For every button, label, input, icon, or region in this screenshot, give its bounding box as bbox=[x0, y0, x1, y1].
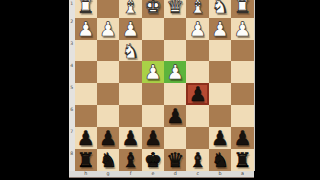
square-g8[interactable]: ♞ bbox=[97, 149, 119, 171]
square-d1[interactable]: ♛ bbox=[164, 0, 186, 18]
square-f3[interactable]: ♞ bbox=[119, 40, 141, 62]
square-e7[interactable]: ♟ bbox=[142, 127, 164, 149]
square-f2[interactable]: ♟ bbox=[119, 18, 141, 40]
square-f5[interactable] bbox=[119, 83, 141, 105]
square-b4[interactable] bbox=[209, 61, 231, 83]
square-f6[interactable] bbox=[119, 105, 141, 127]
square-f1[interactable]: ♝ bbox=[119, 0, 141, 18]
file-label-g: g bbox=[97, 171, 119, 177]
square-h1[interactable]: ♜ bbox=[75, 0, 97, 18]
square-a1[interactable]: ♜ bbox=[231, 0, 253, 18]
file-label-f: f bbox=[119, 171, 141, 177]
piece-bP-c5[interactable]: ♟ bbox=[189, 84, 207, 104]
square-c3[interactable] bbox=[186, 40, 208, 62]
square-h5[interactable] bbox=[75, 83, 97, 105]
file-label-b: b bbox=[209, 171, 231, 177]
piece-bN-b8[interactable]: ♞ bbox=[211, 150, 229, 170]
square-h8[interactable]: ♜ bbox=[75, 149, 97, 171]
square-f8[interactable]: ♝ bbox=[119, 149, 141, 171]
piece-bP-g7[interactable]: ♟ bbox=[99, 128, 117, 148]
square-e8[interactable]: ♚ bbox=[142, 149, 164, 171]
square-b5[interactable] bbox=[209, 83, 231, 105]
square-d8[interactable]: ♛ bbox=[164, 149, 186, 171]
square-e4[interactable]: ♟ bbox=[142, 61, 164, 83]
piece-wN-b1[interactable]: ♞ bbox=[211, 0, 229, 16]
square-f4[interactable] bbox=[119, 61, 141, 83]
piece-bB-f8[interactable]: ♝ bbox=[122, 150, 140, 170]
square-c1[interactable]: ♝ bbox=[186, 0, 208, 18]
piece-wR-h1[interactable]: ♜ bbox=[77, 0, 95, 16]
file-label-c: c bbox=[187, 171, 209, 177]
piece-wP-f2[interactable]: ♟ bbox=[122, 19, 140, 39]
square-a7[interactable]: ♟ bbox=[231, 127, 253, 149]
piece-wB-f1[interactable]: ♝ bbox=[122, 0, 140, 16]
square-a4[interactable] bbox=[231, 61, 253, 83]
piece-bQ-d8[interactable]: ♛ bbox=[166, 150, 184, 170]
piece-wP-h2[interactable]: ♟ bbox=[77, 19, 95, 39]
piece-bP-e7[interactable]: ♟ bbox=[144, 128, 162, 148]
square-c5[interactable]: ♟ bbox=[186, 83, 208, 105]
square-h2[interactable]: ♟ bbox=[75, 18, 97, 40]
piece-wQ-d1[interactable]: ♛ bbox=[166, 0, 184, 16]
square-d4[interactable]: ♟ bbox=[164, 61, 186, 83]
square-b6[interactable] bbox=[209, 105, 231, 127]
square-b8[interactable]: ♞ bbox=[209, 149, 231, 171]
file-label-h: h bbox=[75, 171, 97, 177]
piece-wN-f3[interactable]: ♞ bbox=[122, 41, 140, 61]
square-h7[interactable]: ♟ bbox=[75, 127, 97, 149]
piece-bK-e8[interactable]: ♚ bbox=[144, 150, 162, 170]
piece-bB-c8[interactable]: ♝ bbox=[189, 150, 207, 170]
piece-wP-d4[interactable]: ♟ bbox=[166, 62, 184, 82]
square-g5[interactable] bbox=[97, 83, 119, 105]
square-a8[interactable]: ♜ bbox=[231, 149, 253, 171]
piece-bP-a7[interactable]: ♟ bbox=[233, 128, 251, 148]
square-a5[interactable] bbox=[231, 83, 253, 105]
square-b7[interactable]: ♟ bbox=[209, 127, 231, 149]
piece-wP-b2[interactable]: ♟ bbox=[211, 19, 229, 39]
file-label-strip: hgfedcba bbox=[69, 171, 254, 178]
square-c8[interactable]: ♝ bbox=[186, 149, 208, 171]
square-e1[interactable]: ♚ bbox=[142, 0, 164, 18]
square-h3[interactable] bbox=[75, 40, 97, 62]
square-b1[interactable]: ♞ bbox=[209, 0, 231, 18]
square-g7[interactable]: ♟ bbox=[97, 127, 119, 149]
square-f7[interactable]: ♟ bbox=[119, 127, 141, 149]
piece-bP-h7[interactable]: ♟ bbox=[77, 128, 95, 148]
square-b2[interactable]: ♟ bbox=[209, 18, 231, 40]
file-label-a: a bbox=[231, 171, 253, 177]
video-frame: 12345678 ♜♝♚♛♝♞♜♟♟♟♟♟♟♞♟♟♟♟♟♟♟♟♟♟♜♞♝♚♛♝♞… bbox=[0, 0, 320, 180]
square-c7[interactable] bbox=[186, 127, 208, 149]
piece-bP-d6[interactable]: ♟ bbox=[166, 106, 184, 126]
piece-wP-a2[interactable]: ♟ bbox=[233, 19, 251, 39]
file-label-d: d bbox=[164, 171, 186, 177]
piece-bP-b7[interactable]: ♟ bbox=[211, 128, 229, 148]
piece-bR-a8[interactable]: ♜ bbox=[233, 150, 251, 170]
piece-wK-e1[interactable]: ♚ bbox=[144, 0, 162, 16]
piece-wP-g2[interactable]: ♟ bbox=[99, 19, 117, 39]
piece-bP-f7[interactable]: ♟ bbox=[122, 128, 140, 148]
square-h6[interactable] bbox=[75, 105, 97, 127]
square-c4[interactable] bbox=[186, 61, 208, 83]
square-b3[interactable] bbox=[209, 40, 231, 62]
square-c2[interactable]: ♟ bbox=[186, 18, 208, 40]
file-label-e: e bbox=[142, 171, 164, 177]
square-c6[interactable] bbox=[186, 105, 208, 127]
square-e3[interactable] bbox=[142, 40, 164, 62]
square-a2[interactable]: ♟ bbox=[231, 18, 253, 40]
square-e2[interactable] bbox=[142, 18, 164, 40]
piece-bN-g8[interactable]: ♞ bbox=[99, 150, 117, 170]
square-e5[interactable] bbox=[142, 83, 164, 105]
square-g6[interactable] bbox=[97, 105, 119, 127]
square-a3[interactable] bbox=[231, 40, 253, 62]
square-e6[interactable] bbox=[142, 105, 164, 127]
piece-bR-h8[interactable]: ♜ bbox=[77, 150, 95, 170]
square-h4[interactable] bbox=[75, 61, 97, 83]
square-d5[interactable] bbox=[164, 83, 186, 105]
piece-wP-e4[interactable]: ♟ bbox=[144, 62, 162, 82]
piece-wP-c2[interactable]: ♟ bbox=[189, 19, 207, 39]
square-g4[interactable] bbox=[97, 61, 119, 83]
piece-wR-a1[interactable]: ♜ bbox=[233, 0, 251, 16]
square-d7[interactable] bbox=[164, 127, 186, 149]
square-d6[interactable]: ♟ bbox=[164, 105, 186, 127]
square-d2[interactable] bbox=[164, 18, 186, 40]
square-g2[interactable]: ♟ bbox=[97, 18, 119, 40]
chess-board: ♜♝♚♛♝♞♜♟♟♟♟♟♟♞♟♟♟♟♟♟♟♟♟♟♜♞♝♚♛♝♞♜ bbox=[75, 0, 255, 171]
piece-wB-c1[interactable]: ♝ bbox=[189, 0, 207, 16]
square-g1[interactable] bbox=[97, 0, 119, 18]
square-a6[interactable] bbox=[231, 105, 253, 127]
square-g3[interactable] bbox=[97, 40, 119, 62]
square-d3[interactable] bbox=[164, 40, 186, 62]
